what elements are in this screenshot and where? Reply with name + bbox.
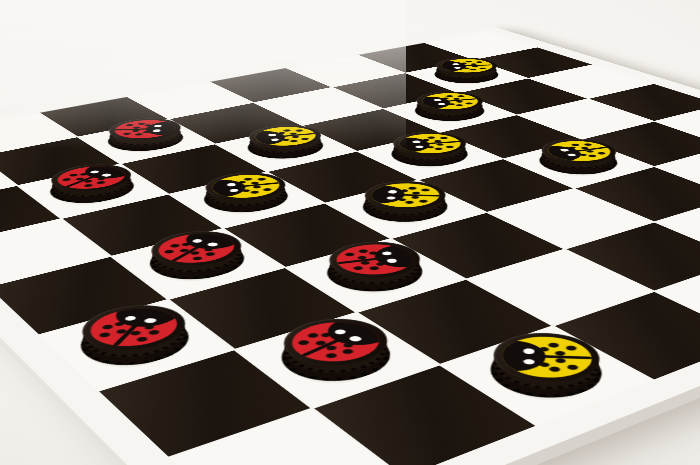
ladybug-wing-split [537, 355, 591, 359]
ladybug-eye [452, 63, 459, 65]
ladybug-eye [523, 348, 535, 354]
ladybug-eye [412, 140, 421, 143]
photo-scene [0, 0, 700, 465]
ladybug-wing-split [398, 194, 439, 196]
ladybug-head [438, 61, 468, 72]
ladybug-head [368, 185, 406, 204]
ladybug-head [501, 340, 545, 372]
ladybug-wings [438, 58, 496, 73]
ladybug-head [144, 121, 176, 136]
ladybug-wings [394, 132, 466, 155]
ladybug-wings [501, 335, 593, 379]
ladybug-wings [112, 119, 177, 139]
checkers-board [0, 25, 700, 465]
ladybug-wing-split [112, 323, 139, 346]
ladybug-wings [368, 182, 441, 208]
